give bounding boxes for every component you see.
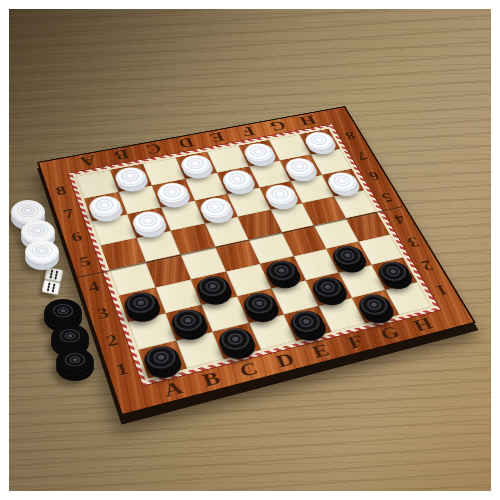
die-pip [46,288,49,291]
black-piece-h2[interactable] [374,259,415,287]
black-reserve-piece-3[interactable] [56,348,94,376]
white-piece-a7[interactable] [86,193,124,219]
photo-scene: AABBCCDDEEFFGGHH1122334455667788 [0,0,500,500]
black-piece-c3[interactable] [193,273,234,303]
white-piece-f8[interactable] [241,141,277,164]
white-piece-e7[interactable] [219,168,256,193]
black-piece-a1[interactable] [141,343,184,376]
die-pip [54,277,57,280]
black-piece-g3[interactable] [329,243,369,271]
black-piece-c1[interactable] [215,325,257,357]
white-piece-h6[interactable] [324,170,361,194]
white-piece-c7[interactable] [154,180,192,205]
white-piece-b6[interactable] [129,209,168,236]
black-reserve-piece-1[interactable] [44,299,82,327]
white-piece-h8[interactable] [301,130,337,153]
die-pip [52,289,55,292]
black-piece-f2[interactable] [308,275,349,304]
white-piece-g7[interactable] [282,156,319,180]
black-piece-b2[interactable] [168,307,210,338]
black-piece-e1[interactable] [286,308,328,339]
die-pip [49,276,52,279]
white-reserve-piece-3[interactable] [25,240,59,265]
white-piece-f6[interactable] [262,183,300,208]
black-piece-g1[interactable] [354,291,396,321]
black-piece-a3[interactable] [121,289,162,320]
white-piece-d6[interactable] [197,196,235,222]
white-piece-d8[interactable] [178,153,215,177]
black-piece-e3[interactable] [262,258,302,287]
white-piece-b8[interactable] [112,165,149,190]
black-piece-d2[interactable] [239,290,280,320]
